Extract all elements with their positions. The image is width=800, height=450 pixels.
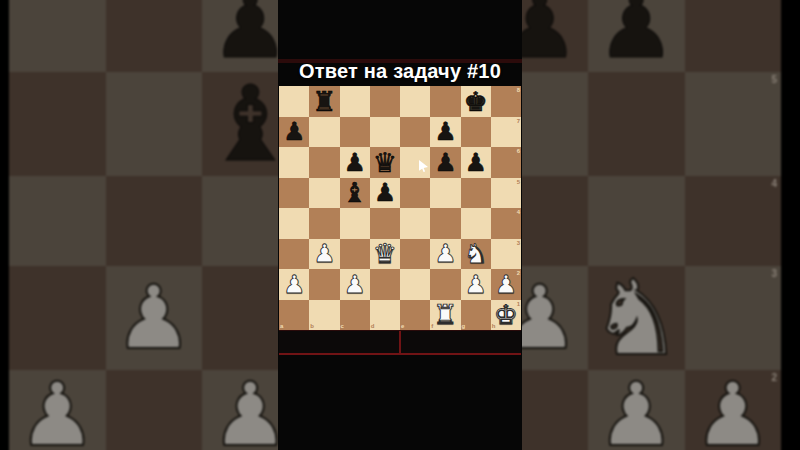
black-pawn: ♟ bbox=[434, 119, 456, 144]
chessboard[interactable]: ♜♚8♟♟7♟♛♟♟6♝♟54♟♛♟♞3♟♟♟♟2abcde♜fg♚h1 bbox=[279, 86, 521, 330]
square-h2[interactable]: ♟2 bbox=[491, 269, 521, 300]
black-king: ♚ bbox=[464, 88, 488, 115]
square-f5[interactable] bbox=[430, 178, 460, 209]
square-h7[interactable]: 7 bbox=[491, 117, 521, 148]
file-label-g: g bbox=[462, 323, 466, 329]
square-e8[interactable] bbox=[400, 86, 430, 117]
square-h3[interactable]: 3 bbox=[491, 239, 521, 270]
square-h1[interactable]: ♚h1 bbox=[491, 300, 521, 331]
black-rook: ♜ bbox=[312, 88, 336, 115]
rank-label-7: 7 bbox=[517, 118, 520, 124]
black-bishop: ♝ bbox=[343, 179, 367, 206]
square-e2[interactable] bbox=[400, 269, 430, 300]
square-c3[interactable] bbox=[340, 239, 370, 270]
white-pawn: ♟ bbox=[434, 241, 456, 266]
bg-square bbox=[9, 176, 106, 266]
file-label-c: c bbox=[341, 323, 344, 329]
square-g8[interactable]: ♚ bbox=[461, 86, 491, 117]
square-b4[interactable] bbox=[309, 208, 339, 239]
bg-square bbox=[106, 176, 203, 266]
square-e1[interactable]: e bbox=[400, 300, 430, 331]
white-pawn: ♟ bbox=[313, 241, 335, 266]
bg-square bbox=[106, 370, 203, 450]
square-d8[interactable] bbox=[370, 86, 400, 117]
file-label-d: d bbox=[371, 323, 375, 329]
bg-rank-label-4: 4 bbox=[771, 178, 777, 189]
square-d3[interactable]: ♛ bbox=[370, 239, 400, 270]
square-b5[interactable] bbox=[309, 178, 339, 209]
black-pawn: ♟ bbox=[374, 180, 396, 205]
square-c5[interactable]: ♝ bbox=[340, 178, 370, 209]
white-pawn: ♟ bbox=[343, 272, 365, 297]
square-e3[interactable] bbox=[400, 239, 430, 270]
file-label-f: f bbox=[431, 323, 433, 329]
black-pawn: ♟ bbox=[343, 150, 365, 175]
square-h5[interactable]: 5 bbox=[491, 178, 521, 209]
square-b2[interactable] bbox=[309, 269, 339, 300]
square-h6[interactable]: 6 bbox=[491, 147, 521, 178]
black-pawn: ♟ bbox=[597, 0, 676, 71]
rank-label-8: 8 bbox=[517, 87, 520, 93]
white-pawn: ♟ bbox=[18, 371, 97, 450]
black-pawn: ♟ bbox=[283, 119, 305, 144]
bg-square: ♟ bbox=[9, 370, 106, 450]
white-queen: ♛ bbox=[373, 240, 397, 267]
square-h4[interactable]: 4 bbox=[491, 208, 521, 239]
square-f6[interactable]: ♟ bbox=[430, 147, 460, 178]
square-c2[interactable]: ♟ bbox=[340, 269, 370, 300]
under-board-panel-left bbox=[279, 331, 399, 353]
square-a3[interactable] bbox=[279, 239, 309, 270]
square-d2[interactable] bbox=[370, 269, 400, 300]
bg-square bbox=[588, 176, 685, 266]
square-c7[interactable] bbox=[340, 117, 370, 148]
bg-square bbox=[588, 72, 685, 176]
bg-square: ♟ bbox=[588, 370, 685, 450]
bg-square: ♟ bbox=[106, 266, 203, 370]
square-b8[interactable]: ♜ bbox=[309, 86, 339, 117]
square-g7[interactable] bbox=[461, 117, 491, 148]
video-frame: ♟♟♟♝54♟♟♞3♟♟♟♟2 Ответ на задачу #10 ♜♚8♟… bbox=[0, 0, 800, 450]
rank-label-6: 6 bbox=[517, 148, 520, 154]
white-pawn: ♟ bbox=[597, 371, 676, 450]
square-e7[interactable] bbox=[400, 117, 430, 148]
file-label-h: h bbox=[492, 323, 496, 329]
bg-square: ♟ bbox=[588, 0, 685, 72]
white-knight: ♞ bbox=[464, 240, 488, 267]
white-king: ♚ bbox=[494, 301, 518, 328]
square-e5[interactable] bbox=[400, 178, 430, 209]
square-f1[interactable]: ♜f bbox=[430, 300, 460, 331]
square-f2[interactable] bbox=[430, 269, 460, 300]
square-g1[interactable]: g bbox=[461, 300, 491, 331]
file-label-a: a bbox=[280, 323, 283, 329]
square-a2[interactable]: ♟ bbox=[279, 269, 309, 300]
bg-square: ♞ bbox=[588, 266, 685, 370]
square-c8[interactable] bbox=[340, 86, 370, 117]
under-board-panel bbox=[279, 330, 521, 355]
rank-label-1: 1 bbox=[517, 301, 520, 307]
square-b6[interactable] bbox=[309, 147, 339, 178]
rank-label-4: 4 bbox=[517, 209, 520, 215]
file-label-e: e bbox=[401, 323, 404, 329]
white-pawn: ♟ bbox=[114, 274, 193, 362]
bg-rank-label-3: 3 bbox=[771, 268, 777, 279]
white-pawn: ♟ bbox=[283, 272, 305, 297]
square-c6[interactable]: ♟ bbox=[340, 147, 370, 178]
square-g6[interactable]: ♟ bbox=[461, 147, 491, 178]
black-pawn: ♟ bbox=[464, 150, 486, 175]
square-e6[interactable] bbox=[400, 147, 430, 178]
bg-square bbox=[685, 0, 782, 72]
square-b3[interactable]: ♟ bbox=[309, 239, 339, 270]
square-f7[interactable]: ♟ bbox=[430, 117, 460, 148]
square-d1[interactable]: d bbox=[370, 300, 400, 331]
black-pawn: ♟ bbox=[434, 150, 456, 175]
square-a4[interactable] bbox=[279, 208, 309, 239]
rank-label-3: 3 bbox=[517, 240, 520, 246]
white-pawn: ♟ bbox=[495, 272, 517, 297]
file-label-b: b bbox=[310, 323, 314, 329]
under-board-panel-right bbox=[399, 331, 521, 353]
square-d7[interactable] bbox=[370, 117, 400, 148]
square-a5[interactable] bbox=[279, 178, 309, 209]
square-b1[interactable]: b bbox=[309, 300, 339, 331]
bg-square: ♟2 bbox=[685, 370, 782, 450]
bg-rank-label-5: 5 bbox=[771, 74, 777, 85]
bg-square: 5 bbox=[685, 72, 782, 176]
square-b7[interactable] bbox=[309, 117, 339, 148]
square-a1[interactable]: a bbox=[279, 300, 309, 331]
video-title: Ответ на задачу #10 bbox=[278, 57, 522, 85]
square-d4[interactable] bbox=[370, 208, 400, 239]
bg-square bbox=[9, 0, 106, 72]
square-g5[interactable] bbox=[461, 178, 491, 209]
square-g3[interactable]: ♞ bbox=[461, 239, 491, 270]
rank-label-2: 2 bbox=[517, 270, 520, 276]
white-rook: ♜ bbox=[433, 301, 457, 328]
bg-square: 4 bbox=[685, 176, 782, 266]
square-c4[interactable] bbox=[340, 208, 370, 239]
black-queen: ♛ bbox=[373, 149, 397, 176]
white-pawn: ♟ bbox=[693, 371, 772, 450]
white-pawn: ♟ bbox=[464, 272, 486, 297]
bg-square: 3 bbox=[685, 266, 782, 370]
square-a6[interactable] bbox=[279, 147, 309, 178]
square-f4[interactable] bbox=[430, 208, 460, 239]
square-a8[interactable] bbox=[279, 86, 309, 117]
bg-square bbox=[9, 266, 106, 370]
bg-square bbox=[106, 0, 203, 72]
square-h8[interactable]: 8 bbox=[491, 86, 521, 117]
square-f3[interactable]: ♟ bbox=[430, 239, 460, 270]
square-g2[interactable]: ♟ bbox=[461, 269, 491, 300]
square-g4[interactable] bbox=[461, 208, 491, 239]
square-a7[interactable]: ♟ bbox=[279, 117, 309, 148]
white-knight: ♞ bbox=[590, 266, 683, 370]
square-d5[interactable]: ♟ bbox=[370, 178, 400, 209]
rank-label-5: 5 bbox=[517, 179, 520, 185]
bg-rank-label-2: 2 bbox=[771, 372, 777, 383]
square-e4[interactable] bbox=[400, 208, 430, 239]
bg-square bbox=[106, 72, 203, 176]
square-f8[interactable] bbox=[430, 86, 460, 117]
square-d6[interactable]: ♛ bbox=[370, 147, 400, 178]
square-c1[interactable]: c bbox=[340, 300, 370, 331]
bg-square bbox=[9, 72, 106, 176]
